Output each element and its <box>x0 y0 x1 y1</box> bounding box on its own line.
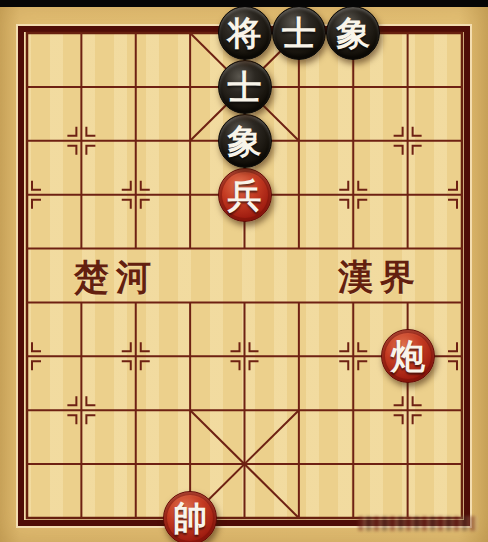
piece-red-cannon[interactable]: 炮 <box>381 329 435 383</box>
river-label-chu-he: 楚河 <box>74 254 158 301</box>
black-elephant-a-glyph: 象 <box>336 16 370 50</box>
piece-red-general[interactable]: 帥 <box>163 491 217 542</box>
black-advisor-b-glyph: 士 <box>228 70 262 104</box>
red-cannon-glyph: 炮 <box>391 339 425 373</box>
piece-red-soldier[interactable]: 兵 <box>218 168 272 222</box>
xiangqi-screenshot: 楚河 漢界 将士象士象兵炮帥 <box>0 0 488 542</box>
red-general-glyph: 帥 <box>173 501 207 535</box>
river-label-han-jie: 漢界 <box>338 254 422 301</box>
piece-black-elephant-a[interactable]: 象 <box>326 6 380 60</box>
watermark <box>358 516 478 531</box>
piece-black-general[interactable]: 将 <box>218 6 272 60</box>
piece-black-elephant-b[interactable]: 象 <box>218 114 272 168</box>
top-black-bar <box>0 0 488 7</box>
black-general-glyph: 将 <box>228 16 262 50</box>
black-elephant-b-glyph: 象 <box>228 124 262 158</box>
piece-black-advisor-b[interactable]: 士 <box>218 60 272 114</box>
red-soldier-glyph: 兵 <box>228 178 262 212</box>
piece-black-advisor-a[interactable]: 士 <box>272 6 326 60</box>
black-advisor-a-glyph: 士 <box>282 16 316 50</box>
